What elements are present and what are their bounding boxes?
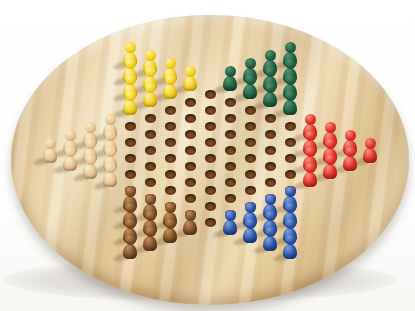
peg-head <box>65 130 76 141</box>
peg-base <box>323 164 337 179</box>
peg-green[interactable] <box>243 74 257 99</box>
board-hole[interactable] <box>145 146 156 155</box>
peg-red[interactable] <box>303 162 317 187</box>
board-hole[interactable] <box>285 122 296 131</box>
board-hole[interactable] <box>165 122 176 131</box>
peg-head <box>305 114 316 125</box>
peg-head <box>105 130 116 141</box>
peg-head <box>305 146 316 157</box>
peg-base <box>183 220 197 235</box>
peg-head <box>265 194 276 205</box>
peg-head <box>125 42 136 53</box>
peg-base <box>263 236 277 251</box>
board-hole[interactable] <box>165 106 176 115</box>
peg-head <box>305 162 316 173</box>
peg-blue[interactable] <box>243 218 257 243</box>
peg-head <box>45 138 56 149</box>
peg-head <box>105 146 116 157</box>
board-hole[interactable] <box>245 186 256 195</box>
peg-head <box>165 74 176 85</box>
peg-yellow[interactable] <box>163 74 177 99</box>
board-hole[interactable] <box>225 178 236 187</box>
peg-head <box>125 186 136 197</box>
peg-base <box>143 236 157 251</box>
peg-head <box>245 202 256 213</box>
peg-head <box>125 202 136 213</box>
board-hole[interactable] <box>125 122 136 131</box>
peg-natural-wood[interactable] <box>63 146 77 171</box>
peg-head <box>325 154 336 165</box>
peg-head <box>85 122 96 133</box>
peg-base <box>243 84 257 99</box>
peg-head <box>345 130 356 141</box>
peg-head <box>125 74 136 85</box>
board-hole[interactable] <box>265 130 276 139</box>
peg-base <box>63 156 77 171</box>
board-hole[interactable] <box>165 170 176 179</box>
board-hole[interactable] <box>185 98 196 107</box>
peg-head <box>145 210 156 221</box>
peg-yellow[interactable] <box>183 66 197 91</box>
peg-base <box>283 244 297 259</box>
peg-head <box>145 194 156 205</box>
board-hole[interactable] <box>225 146 236 155</box>
peg-base <box>243 228 257 243</box>
board-hole[interactable] <box>205 202 216 211</box>
peg-head <box>225 66 236 77</box>
peg-base <box>163 84 177 99</box>
peg-head <box>365 138 376 149</box>
peg-green[interactable] <box>263 82 277 107</box>
peg-dark-brown[interactable] <box>123 234 137 259</box>
peg-base <box>183 76 197 91</box>
board-hole[interactable] <box>225 162 236 171</box>
peg-base <box>163 228 177 243</box>
peg-head <box>145 226 156 237</box>
peg-base <box>123 244 137 259</box>
peg-red[interactable] <box>323 154 337 179</box>
peg-head <box>285 218 296 229</box>
peg-head <box>65 146 76 157</box>
peg-head <box>265 210 276 221</box>
peg-red[interactable] <box>343 146 357 171</box>
peg-base <box>123 100 137 115</box>
board-hole[interactable] <box>205 170 216 179</box>
peg-green[interactable] <box>223 66 237 91</box>
peg-head <box>125 90 136 101</box>
peg-dark-brown[interactable] <box>183 210 197 235</box>
peg-head <box>285 58 296 69</box>
peg-head <box>145 50 156 61</box>
peg-head <box>85 138 96 149</box>
photo-scene <box>0 0 415 311</box>
board-hole[interactable] <box>245 154 256 163</box>
board-hole[interactable] <box>185 194 196 203</box>
peg-yellow[interactable] <box>123 90 137 115</box>
peg-head <box>285 42 296 53</box>
board-hole[interactable] <box>185 178 196 187</box>
board-hole[interactable] <box>245 170 256 179</box>
board-hole[interactable] <box>245 138 256 147</box>
board-hole[interactable] <box>225 130 236 139</box>
peg-natural-wood[interactable] <box>43 138 57 163</box>
board-hole[interactable] <box>205 186 216 195</box>
peg-head <box>245 74 256 85</box>
peg-red[interactable] <box>363 138 377 163</box>
peg-blue[interactable] <box>283 234 297 259</box>
peg-base <box>223 76 237 91</box>
peg-head <box>145 66 156 77</box>
peg-blue[interactable] <box>263 226 277 251</box>
board-hole[interactable] <box>205 154 216 163</box>
peg-base <box>83 164 97 179</box>
peg-head <box>85 154 96 165</box>
peg-base <box>363 148 377 163</box>
board-hole[interactable] <box>265 178 276 187</box>
peg-head <box>285 74 296 85</box>
peg-head <box>105 114 116 125</box>
peg-head <box>185 210 196 221</box>
board-hole[interactable] <box>205 122 216 131</box>
peg-head <box>185 66 196 77</box>
peg-natural-wood[interactable] <box>83 154 97 179</box>
peg-head <box>165 58 176 69</box>
board-hole[interactable] <box>125 154 136 163</box>
peg-head <box>285 186 296 197</box>
peg-head <box>105 162 116 173</box>
peg-head <box>325 122 336 133</box>
board-hole[interactable] <box>225 114 236 123</box>
peg-green[interactable] <box>283 90 297 115</box>
peg-base <box>223 220 237 235</box>
board-hole[interactable] <box>185 130 196 139</box>
peg-head <box>145 82 156 93</box>
peg-head <box>125 218 136 229</box>
peg-head <box>265 82 276 93</box>
board-hole[interactable] <box>165 154 176 163</box>
peg-head <box>265 226 276 237</box>
peg-head <box>345 146 356 157</box>
peg-head <box>285 234 296 245</box>
peg-head <box>265 66 276 77</box>
board-hole[interactable] <box>265 162 276 171</box>
peg-head <box>285 202 296 213</box>
peg-head <box>245 58 256 69</box>
chinese-checkers-board <box>11 15 409 305</box>
peg-base <box>143 92 157 107</box>
peg-head <box>165 202 176 213</box>
peg-head <box>285 90 296 101</box>
board-hole[interactable] <box>145 162 156 171</box>
peg-base <box>283 100 297 115</box>
peg-blue[interactable] <box>223 210 237 235</box>
peg-yellow[interactable] <box>143 82 157 107</box>
peg-base <box>43 148 57 163</box>
board-hole[interactable] <box>185 146 196 155</box>
board-hole[interactable] <box>205 218 216 227</box>
peg-head <box>325 138 336 149</box>
peg-head <box>125 58 136 69</box>
peg-head <box>305 130 316 141</box>
peg-head <box>245 218 256 229</box>
board-hole[interactable] <box>245 122 256 131</box>
board-hole[interactable] <box>145 130 156 139</box>
peg-dark-brown[interactable] <box>163 218 177 243</box>
peg-base <box>343 156 357 171</box>
peg-base <box>263 92 277 107</box>
board-hole[interactable] <box>225 194 236 203</box>
peg-base <box>103 172 117 187</box>
board-hole[interactable] <box>125 170 136 179</box>
board-hole[interactable] <box>165 186 176 195</box>
peg-head <box>265 50 276 61</box>
peg-head <box>165 218 176 229</box>
peg-dark-brown[interactable] <box>143 226 157 251</box>
board-hole[interactable] <box>265 146 276 155</box>
board-hole[interactable] <box>165 138 176 147</box>
board-hole[interactable] <box>145 114 156 123</box>
peg-natural-wood[interactable] <box>103 162 117 187</box>
board-hole[interactable] <box>205 106 216 115</box>
board-hole[interactable] <box>125 138 136 147</box>
board-hole[interactable] <box>145 178 156 187</box>
board-hole[interactable] <box>205 138 216 147</box>
peg-head <box>125 234 136 245</box>
board-hole[interactable] <box>185 162 196 171</box>
peg-base <box>303 172 317 187</box>
board-hole[interactable] <box>185 114 196 123</box>
peg-head <box>225 210 236 221</box>
